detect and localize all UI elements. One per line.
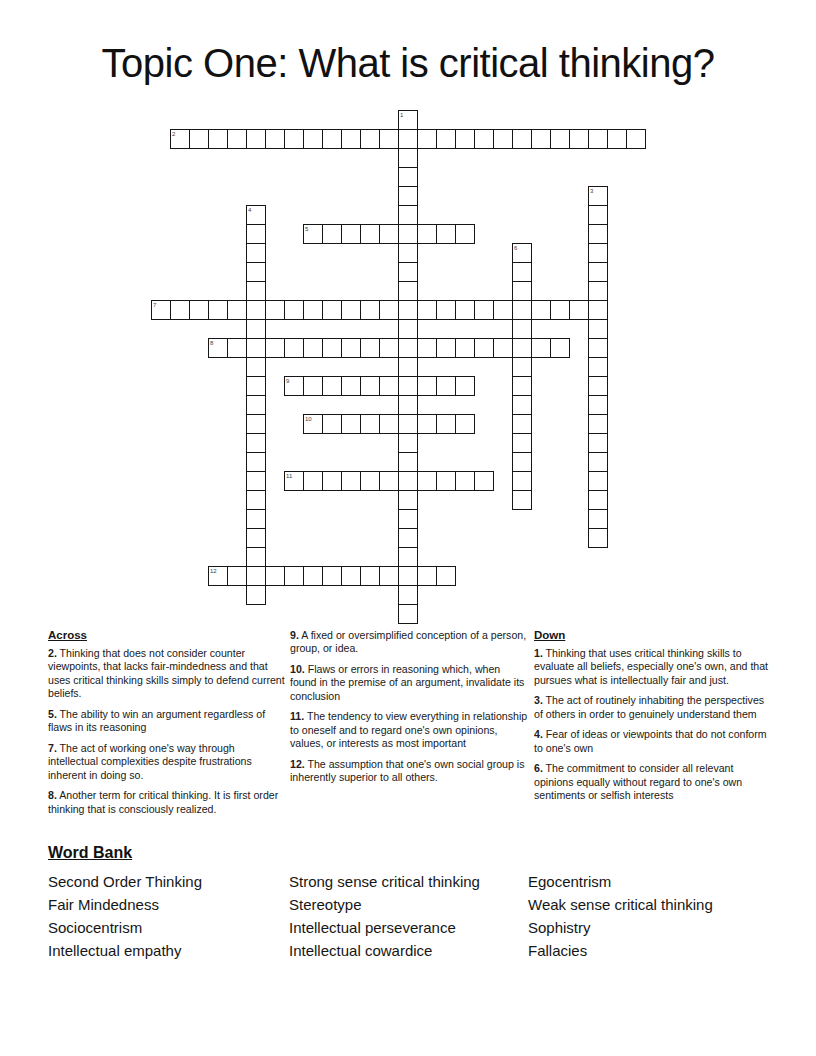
crossword-cell[interactable] bbox=[398, 300, 418, 320]
cell-number: 5 bbox=[305, 226, 308, 232]
crossword-cell[interactable] bbox=[398, 490, 418, 510]
across-heading: Across bbox=[48, 629, 286, 641]
crossword-cell[interactable] bbox=[398, 547, 418, 567]
clue-number: 7. bbox=[48, 742, 57, 754]
clue-number: 11. bbox=[290, 710, 304, 722]
clue-across-2: 2. Thinking that does not consider count… bbox=[48, 647, 286, 701]
crossword-cell[interactable] bbox=[341, 300, 361, 320]
clue-number: 2. bbox=[48, 647, 57, 659]
clue-number: 1. bbox=[534, 647, 543, 659]
crossword-cell[interactable] bbox=[512, 433, 532, 453]
crossword-cell[interactable] bbox=[303, 338, 323, 358]
crossword-cell[interactable] bbox=[474, 300, 494, 320]
crossword-cell[interactable] bbox=[322, 414, 342, 434]
crossword-cell[interactable] bbox=[588, 243, 608, 263]
crossword-cell[interactable] bbox=[512, 452, 532, 472]
clue-across-7: 7. The act of working one's way through … bbox=[48, 742, 286, 782]
crossword-cell[interactable] bbox=[208, 129, 228, 149]
crossword-cell[interactable] bbox=[398, 452, 418, 472]
clues-down-column: Down 1. Thinking that uses critical thin… bbox=[534, 629, 774, 810]
crossword-cell[interactable] bbox=[455, 414, 475, 434]
crossword-cell[interactable] bbox=[493, 338, 513, 358]
crossword-cell[interactable] bbox=[436, 300, 456, 320]
crossword-cell[interactable] bbox=[626, 129, 646, 149]
crossword-cell[interactable] bbox=[246, 566, 266, 586]
crossword-cell[interactable] bbox=[512, 414, 532, 434]
crossword-cell[interactable] bbox=[436, 566, 456, 586]
word-bank-item: Intellectual perseverance bbox=[289, 916, 528, 939]
crossword-cell[interactable] bbox=[436, 414, 456, 434]
crossword-cell[interactable] bbox=[341, 471, 361, 491]
crossword-cell[interactable] bbox=[512, 395, 532, 415]
crossword-cell[interactable] bbox=[512, 357, 532, 377]
clue-number: 9. bbox=[290, 629, 299, 641]
crossword-cell[interactable] bbox=[246, 414, 266, 434]
crossword-cell[interactable] bbox=[246, 243, 266, 263]
cell-number: 4 bbox=[248, 207, 251, 213]
crossword-cell[interactable] bbox=[417, 566, 437, 586]
clue-across-9: 9. A fixed or oversimplified conception … bbox=[290, 629, 528, 656]
crossword-cell[interactable] bbox=[512, 281, 532, 301]
word-bank-column-1: Second Order ThinkingFair MindednessSoci… bbox=[48, 870, 289, 962]
crossword-cell[interactable] bbox=[436, 376, 456, 396]
crossword-cell[interactable] bbox=[341, 414, 361, 434]
crossword-cell[interactable] bbox=[246, 471, 266, 491]
crossword-cell[interactable] bbox=[398, 167, 418, 187]
crossword-cell[interactable] bbox=[379, 129, 399, 149]
crossword-cell[interactable] bbox=[417, 224, 437, 244]
crossword-cell[interactable] bbox=[379, 414, 399, 434]
clues-down-list: 1. Thinking that uses critical thinking … bbox=[534, 647, 774, 803]
crossword-cell[interactable] bbox=[246, 262, 266, 282]
crossword-cell[interactable] bbox=[246, 129, 266, 149]
clues-across-col2-list: 9. A fixed or oversimplified conception … bbox=[290, 629, 528, 785]
word-bank-column-2: Strong sense critical thinkingStereotype… bbox=[289, 870, 528, 962]
cell-number: 11 bbox=[286, 473, 292, 479]
crossword-cell[interactable] bbox=[246, 319, 266, 339]
crossword-cell[interactable] bbox=[284, 566, 304, 586]
crossword-cell[interactable] bbox=[246, 281, 266, 301]
crossword-cell[interactable] bbox=[398, 395, 418, 415]
crossword-cell[interactable] bbox=[246, 357, 266, 377]
clue-across-10: 10. Flaws or errors in reasoning which, … bbox=[290, 663, 528, 703]
crossword-cell[interactable] bbox=[284, 129, 304, 149]
word-bank-item: Intellectual empathy bbox=[48, 939, 289, 962]
crossword-cell[interactable] bbox=[398, 129, 418, 149]
clue-number: 3. bbox=[534, 694, 543, 706]
crossword-cell[interactable] bbox=[227, 338, 247, 358]
crossword-page: Topic One: What is critical thinking? 12… bbox=[0, 0, 816, 1056]
crossword-cell[interactable] bbox=[246, 395, 266, 415]
crossword-cell[interactable] bbox=[588, 319, 608, 339]
crossword-cell[interactable] bbox=[398, 357, 418, 377]
clue-down-4: 4. Fear of ideas or viewpoints that do n… bbox=[534, 728, 774, 755]
crossword-cell[interactable] bbox=[588, 205, 608, 225]
crossword-cell[interactable] bbox=[588, 414, 608, 434]
clue-number: 4. bbox=[534, 728, 543, 740]
clue-number: 8. bbox=[48, 789, 57, 801]
crossword-cell[interactable] bbox=[341, 376, 361, 396]
crossword-cell[interactable] bbox=[398, 338, 418, 358]
crossword-cell[interactable] bbox=[341, 129, 361, 149]
crossword-cell[interactable] bbox=[398, 509, 418, 529]
word-bank-item: Weak sense critical thinking bbox=[528, 893, 778, 916]
crossword-cell[interactable] bbox=[398, 262, 418, 282]
crossword-cell[interactable] bbox=[455, 129, 475, 149]
crossword-cell[interactable] bbox=[265, 566, 285, 586]
crossword-cell[interactable] bbox=[322, 566, 342, 586]
crossword-cell[interactable] bbox=[474, 129, 494, 149]
crossword-cell[interactable] bbox=[322, 300, 342, 320]
crossword-cell[interactable] bbox=[588, 490, 608, 510]
crossword-cell[interactable] bbox=[455, 338, 475, 358]
crossword-cell[interactable] bbox=[512, 319, 532, 339]
crossword-cell[interactable] bbox=[341, 224, 361, 244]
crossword-cell[interactable] bbox=[417, 471, 437, 491]
crossword-cell[interactable] bbox=[360, 566, 380, 586]
clue-across-12: 12. The assumption that one's own social… bbox=[290, 758, 528, 785]
crossword-cell[interactable] bbox=[588, 528, 608, 548]
crossword-cell[interactable] bbox=[512, 376, 532, 396]
crossword-cell[interactable] bbox=[588, 129, 608, 149]
crossword-cell[interactable] bbox=[284, 338, 304, 358]
crossword-cell[interactable] bbox=[303, 471, 323, 491]
cell-number: 9 bbox=[286, 378, 289, 384]
crossword-cell[interactable] bbox=[398, 186, 418, 206]
word-bank-item: Egocentrism bbox=[528, 870, 778, 893]
crossword-cell[interactable] bbox=[303, 566, 323, 586]
crossword-cell[interactable] bbox=[379, 566, 399, 586]
clue-across-8: 8. Another term for critical thinking. I… bbox=[48, 789, 286, 816]
crossword-cell[interactable] bbox=[398, 566, 418, 586]
word-bank-item: Sophistry bbox=[528, 916, 778, 939]
crossword-cell[interactable] bbox=[417, 414, 437, 434]
crossword-cell[interactable] bbox=[569, 300, 589, 320]
crossword-cell[interactable] bbox=[246, 452, 266, 472]
cell-number: 2 bbox=[172, 131, 175, 137]
crossword-cell[interactable] bbox=[246, 585, 266, 605]
crossword-cell[interactable] bbox=[189, 129, 209, 149]
crossword-cell[interactable] bbox=[588, 357, 608, 377]
clue-down-3: 3. The act of routinely inhabiting the p… bbox=[534, 694, 774, 721]
crossword-cell[interactable] bbox=[550, 300, 570, 320]
crossword-cell[interactable] bbox=[436, 129, 456, 149]
cell-number: 7 bbox=[153, 302, 156, 308]
clue-across-11: 11. The tendency to view everything in r… bbox=[290, 710, 528, 750]
cell-number: 3 bbox=[590, 188, 593, 194]
crossword-cell[interactable] bbox=[398, 281, 418, 301]
crossword-cell[interactable] bbox=[588, 452, 608, 472]
crossword-cell[interactable] bbox=[398, 376, 418, 396]
crossword-cell[interactable] bbox=[322, 376, 342, 396]
word-bank-item: Second Order Thinking bbox=[48, 870, 289, 893]
crossword-cell[interactable] bbox=[246, 509, 266, 529]
crossword-cell[interactable] bbox=[398, 319, 418, 339]
crossword-cell[interactable] bbox=[512, 490, 532, 510]
down-heading: Down bbox=[534, 629, 774, 641]
crossword-cell[interactable] bbox=[398, 414, 418, 434]
crossword-cell[interactable] bbox=[398, 528, 418, 548]
crossword-cell[interactable] bbox=[512, 262, 532, 282]
crossword-cell[interactable] bbox=[208, 300, 228, 320]
crossword-cell[interactable] bbox=[189, 300, 209, 320]
crossword-cell[interactable] bbox=[588, 300, 608, 320]
crossword-cell[interactable] bbox=[398, 433, 418, 453]
word-bank-item: Strong sense critical thinking bbox=[289, 870, 528, 893]
crossword-cell[interactable] bbox=[360, 338, 380, 358]
crossword-cell[interactable] bbox=[360, 224, 380, 244]
crossword-cell[interactable] bbox=[588, 376, 608, 396]
crossword-cell[interactable] bbox=[436, 224, 456, 244]
word-bank-columns: Second Order ThinkingFair MindednessSoci… bbox=[48, 870, 778, 962]
crossword-cell[interactable] bbox=[322, 129, 342, 149]
crossword-cell[interactable] bbox=[531, 338, 551, 358]
crossword-cell[interactable] bbox=[588, 224, 608, 244]
crossword-cell[interactable] bbox=[246, 300, 266, 320]
crossword-cell[interactable] bbox=[588, 281, 608, 301]
crossword-cell[interactable] bbox=[588, 262, 608, 282]
crossword-cell[interactable] bbox=[379, 224, 399, 244]
crossword-cell[interactable] bbox=[246, 433, 266, 453]
crossword-cell[interactable] bbox=[398, 205, 418, 225]
crossword-cell[interactable] bbox=[455, 300, 475, 320]
crossword-cell[interactable] bbox=[588, 338, 608, 358]
clues-across-col1-list: 2. Thinking that does not consider count… bbox=[48, 647, 286, 816]
crossword-cell[interactable] bbox=[341, 566, 361, 586]
crossword-cell[interactable] bbox=[246, 547, 266, 567]
crossword-cell[interactable] bbox=[417, 300, 437, 320]
crossword-cell[interactable] bbox=[246, 338, 266, 358]
clues-across-column-1: Across 2. Thinking that does not conside… bbox=[48, 629, 286, 823]
clue-number: 5. bbox=[48, 708, 57, 720]
crossword-cell[interactable] bbox=[512, 338, 532, 358]
crossword-cell[interactable] bbox=[512, 129, 532, 149]
page-title: Topic One: What is critical thinking? bbox=[0, 40, 816, 86]
crossword-cell[interactable] bbox=[436, 338, 456, 358]
crossword-cell[interactable] bbox=[417, 338, 437, 358]
crossword-cell[interactable] bbox=[303, 300, 323, 320]
crossword-cell[interactable] bbox=[474, 338, 494, 358]
crossword-cell[interactable] bbox=[379, 338, 399, 358]
crossword-cell[interactable] bbox=[265, 338, 285, 358]
cell-number: 8 bbox=[210, 340, 213, 346]
crossword-cell[interactable] bbox=[455, 224, 475, 244]
crossword-cell[interactable] bbox=[436, 471, 456, 491]
crossword-cell[interactable] bbox=[246, 224, 266, 244]
cell-number: 6 bbox=[514, 245, 517, 251]
crossword-cell[interactable] bbox=[360, 129, 380, 149]
crossword-cell[interactable] bbox=[493, 129, 513, 149]
crossword-cell[interactable] bbox=[170, 300, 190, 320]
clue-down-1: 1. Thinking that uses critical thinking … bbox=[534, 647, 774, 687]
crossword-cell[interactable] bbox=[493, 300, 513, 320]
crossword-cell[interactable] bbox=[455, 471, 475, 491]
crossword-cell[interactable] bbox=[265, 129, 285, 149]
word-bank-item: Fair Mindedness bbox=[48, 893, 289, 916]
crossword-cell[interactable] bbox=[417, 376, 437, 396]
crossword-cell[interactable] bbox=[398, 604, 418, 624]
word-bank-item: Fallacies bbox=[528, 939, 778, 962]
crossword-cell[interactable] bbox=[398, 471, 418, 491]
crossword-cell[interactable] bbox=[588, 433, 608, 453]
crossword-cell[interactable] bbox=[379, 300, 399, 320]
clue-number: 6. bbox=[534, 762, 543, 774]
cell-number: 1 bbox=[400, 112, 403, 118]
crossword-cell[interactable] bbox=[227, 566, 247, 586]
crossword-cell[interactable] bbox=[246, 490, 266, 510]
crossword-cell[interactable] bbox=[322, 224, 342, 244]
crossword-cell[interactable] bbox=[341, 338, 361, 358]
clue-across-5: 5. The ability to win an argument regard… bbox=[48, 708, 286, 735]
crossword-cell[interactable] bbox=[303, 376, 323, 396]
word-bank-heading: Word Bank bbox=[48, 844, 778, 862]
crossword-cell[interactable] bbox=[455, 376, 475, 396]
crossword-cell[interactable] bbox=[303, 129, 323, 149]
word-bank-section: Word Bank Second Order ThinkingFair Mind… bbox=[48, 844, 778, 962]
crossword-cell[interactable] bbox=[379, 376, 399, 396]
crossword-cell[interactable] bbox=[588, 395, 608, 415]
crossword-cell[interactable] bbox=[474, 471, 494, 491]
crossword-cell[interactable] bbox=[569, 129, 589, 149]
crossword-cell[interactable] bbox=[607, 129, 627, 149]
crossword-cell[interactable] bbox=[417, 129, 437, 149]
crossword-cell[interactable] bbox=[398, 224, 418, 244]
word-bank-item: Sociocentrism bbox=[48, 916, 289, 939]
clue-down-6: 6. The commitment to consider all releva… bbox=[534, 762, 774, 802]
crossword-cell[interactable] bbox=[246, 376, 266, 396]
cell-number: 12 bbox=[210, 568, 217, 574]
crossword-cell[interactable] bbox=[398, 148, 418, 168]
word-bank-item: Intellectual cowardice bbox=[289, 939, 528, 962]
clue-number: 12. bbox=[290, 758, 305, 770]
crossword-cell[interactable] bbox=[398, 585, 418, 605]
crossword-cell[interactable] bbox=[360, 300, 380, 320]
crossword-cell[interactable] bbox=[398, 243, 418, 263]
crossword-cell[interactable] bbox=[531, 129, 551, 149]
crossword-cell[interactable] bbox=[512, 300, 532, 320]
crossword-cell[interactable] bbox=[227, 129, 247, 149]
crossword-cell[interactable] bbox=[531, 300, 551, 320]
crossword-cell[interactable] bbox=[284, 300, 304, 320]
crossword-cell[interactable] bbox=[588, 509, 608, 529]
crossword-cell[interactable] bbox=[265, 300, 285, 320]
crossword-cell[interactable] bbox=[550, 338, 570, 358]
word-bank-column-3: EgocentrismWeak sense critical thinkingS… bbox=[528, 870, 778, 962]
crossword-cell[interactable] bbox=[588, 471, 608, 491]
crossword-cell[interactable] bbox=[379, 471, 399, 491]
word-bank-item: Stereotype bbox=[289, 893, 528, 916]
cell-number: 10 bbox=[305, 416, 312, 422]
crossword-cell[interactable] bbox=[246, 528, 266, 548]
crossword-cell[interactable] bbox=[360, 376, 380, 396]
crossword-cell[interactable] bbox=[227, 300, 247, 320]
crossword-cell[interactable] bbox=[512, 471, 532, 491]
crossword-cell[interactable] bbox=[360, 414, 380, 434]
crossword-cell[interactable] bbox=[360, 471, 380, 491]
crossword-cell[interactable] bbox=[322, 471, 342, 491]
clue-number: 10. bbox=[290, 663, 305, 675]
crossword-grid: 123456789101112 bbox=[151, 110, 647, 625]
crossword-cell[interactable] bbox=[322, 338, 342, 358]
crossword-cell[interactable] bbox=[550, 129, 570, 149]
clues-across-column-2: 9. A fixed or oversimplified conception … bbox=[290, 629, 528, 792]
